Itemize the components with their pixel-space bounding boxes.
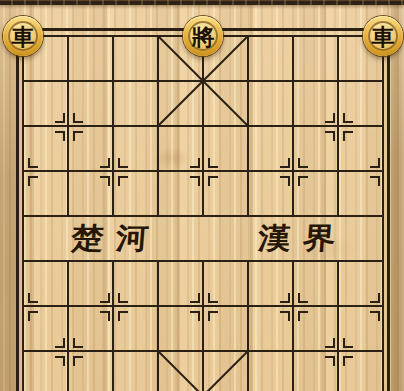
file-line [112,260,114,391]
piece-glyph: 車 [372,25,395,48]
piece-black-general[interactable]: 將 [183,16,223,56]
point-marker-corner [325,131,335,141]
piece-black-chariot-right[interactable]: 車 [363,16,403,56]
point-marker-corner [55,131,65,141]
point-marker-corner [298,293,308,303]
point-marker-corner [55,113,65,123]
top-wood-trim [0,0,404,5]
file-line [112,35,114,217]
point-marker-corner [118,158,128,168]
point-marker-corner [298,311,308,321]
point-marker-corner [118,311,128,321]
point-marker-corner [208,293,218,303]
piece-glyph: 將 [192,25,215,48]
file-line [337,260,339,391]
file-line [382,35,384,391]
point-marker-corner [73,338,83,348]
piece-face: 車 [368,21,398,51]
point-marker-corner [28,176,38,186]
point-marker-corner [100,293,110,303]
point-marker-corner [280,158,290,168]
point-marker-corner [190,158,200,168]
point-marker-corner [55,356,65,366]
point-marker-corner [298,158,308,168]
point-marker-corner [208,158,218,168]
point-marker-corner [370,176,380,186]
point-marker-corner [343,338,353,348]
left-wood-margin [0,0,16,391]
file-line [67,260,69,391]
point-marker-corner [208,311,218,321]
point-marker-corner [370,311,380,321]
file-line [67,35,69,217]
point-marker-corner [298,176,308,186]
point-marker-corner [28,158,38,168]
point-marker-corner [100,176,110,186]
right-wood-margin [391,0,404,391]
point-marker-corner [100,311,110,321]
point-marker-corner [118,176,128,186]
point-marker-corner [280,293,290,303]
point-marker-corner [280,311,290,321]
point-marker-corner [100,158,110,168]
point-marker-corner [118,293,128,303]
point-marker-corner [190,311,200,321]
point-marker-corner [325,338,335,348]
piece-face: 車 [8,21,38,51]
point-marker-corner [190,176,200,186]
file-line [292,260,294,391]
point-marker-corner [190,293,200,303]
file-line [292,35,294,217]
point-marker-corner [325,356,335,366]
file-line [202,35,204,217]
piece-black-chariot-left[interactable]: 車 [3,16,43,56]
file-line [157,260,159,391]
point-marker-corner [28,293,38,303]
piece-glyph: 車 [12,25,35,48]
point-marker-corner [370,293,380,303]
piece-face: 將 [188,21,218,51]
point-marker-corner [343,356,353,366]
point-marker-corner [343,131,353,141]
point-marker-corner [55,338,65,348]
file-line [202,260,204,391]
point-marker-corner [370,158,380,168]
river-label-han-jie: 漢界 [257,224,349,253]
point-marker-corner [73,113,83,123]
point-marker-corner [28,311,38,321]
file-line [22,35,24,391]
file-line [247,260,249,391]
point-marker-corner [280,176,290,186]
point-marker-corner [343,113,353,123]
point-marker-corner [73,356,83,366]
river-label-chu-he: 楚河 [70,224,162,253]
point-marker-corner [73,131,83,141]
file-line [337,35,339,217]
xiangqi-board[interactable]: 楚河 漢界 車將車 [0,0,404,391]
point-marker-corner [208,176,218,186]
point-marker-corner [325,113,335,123]
